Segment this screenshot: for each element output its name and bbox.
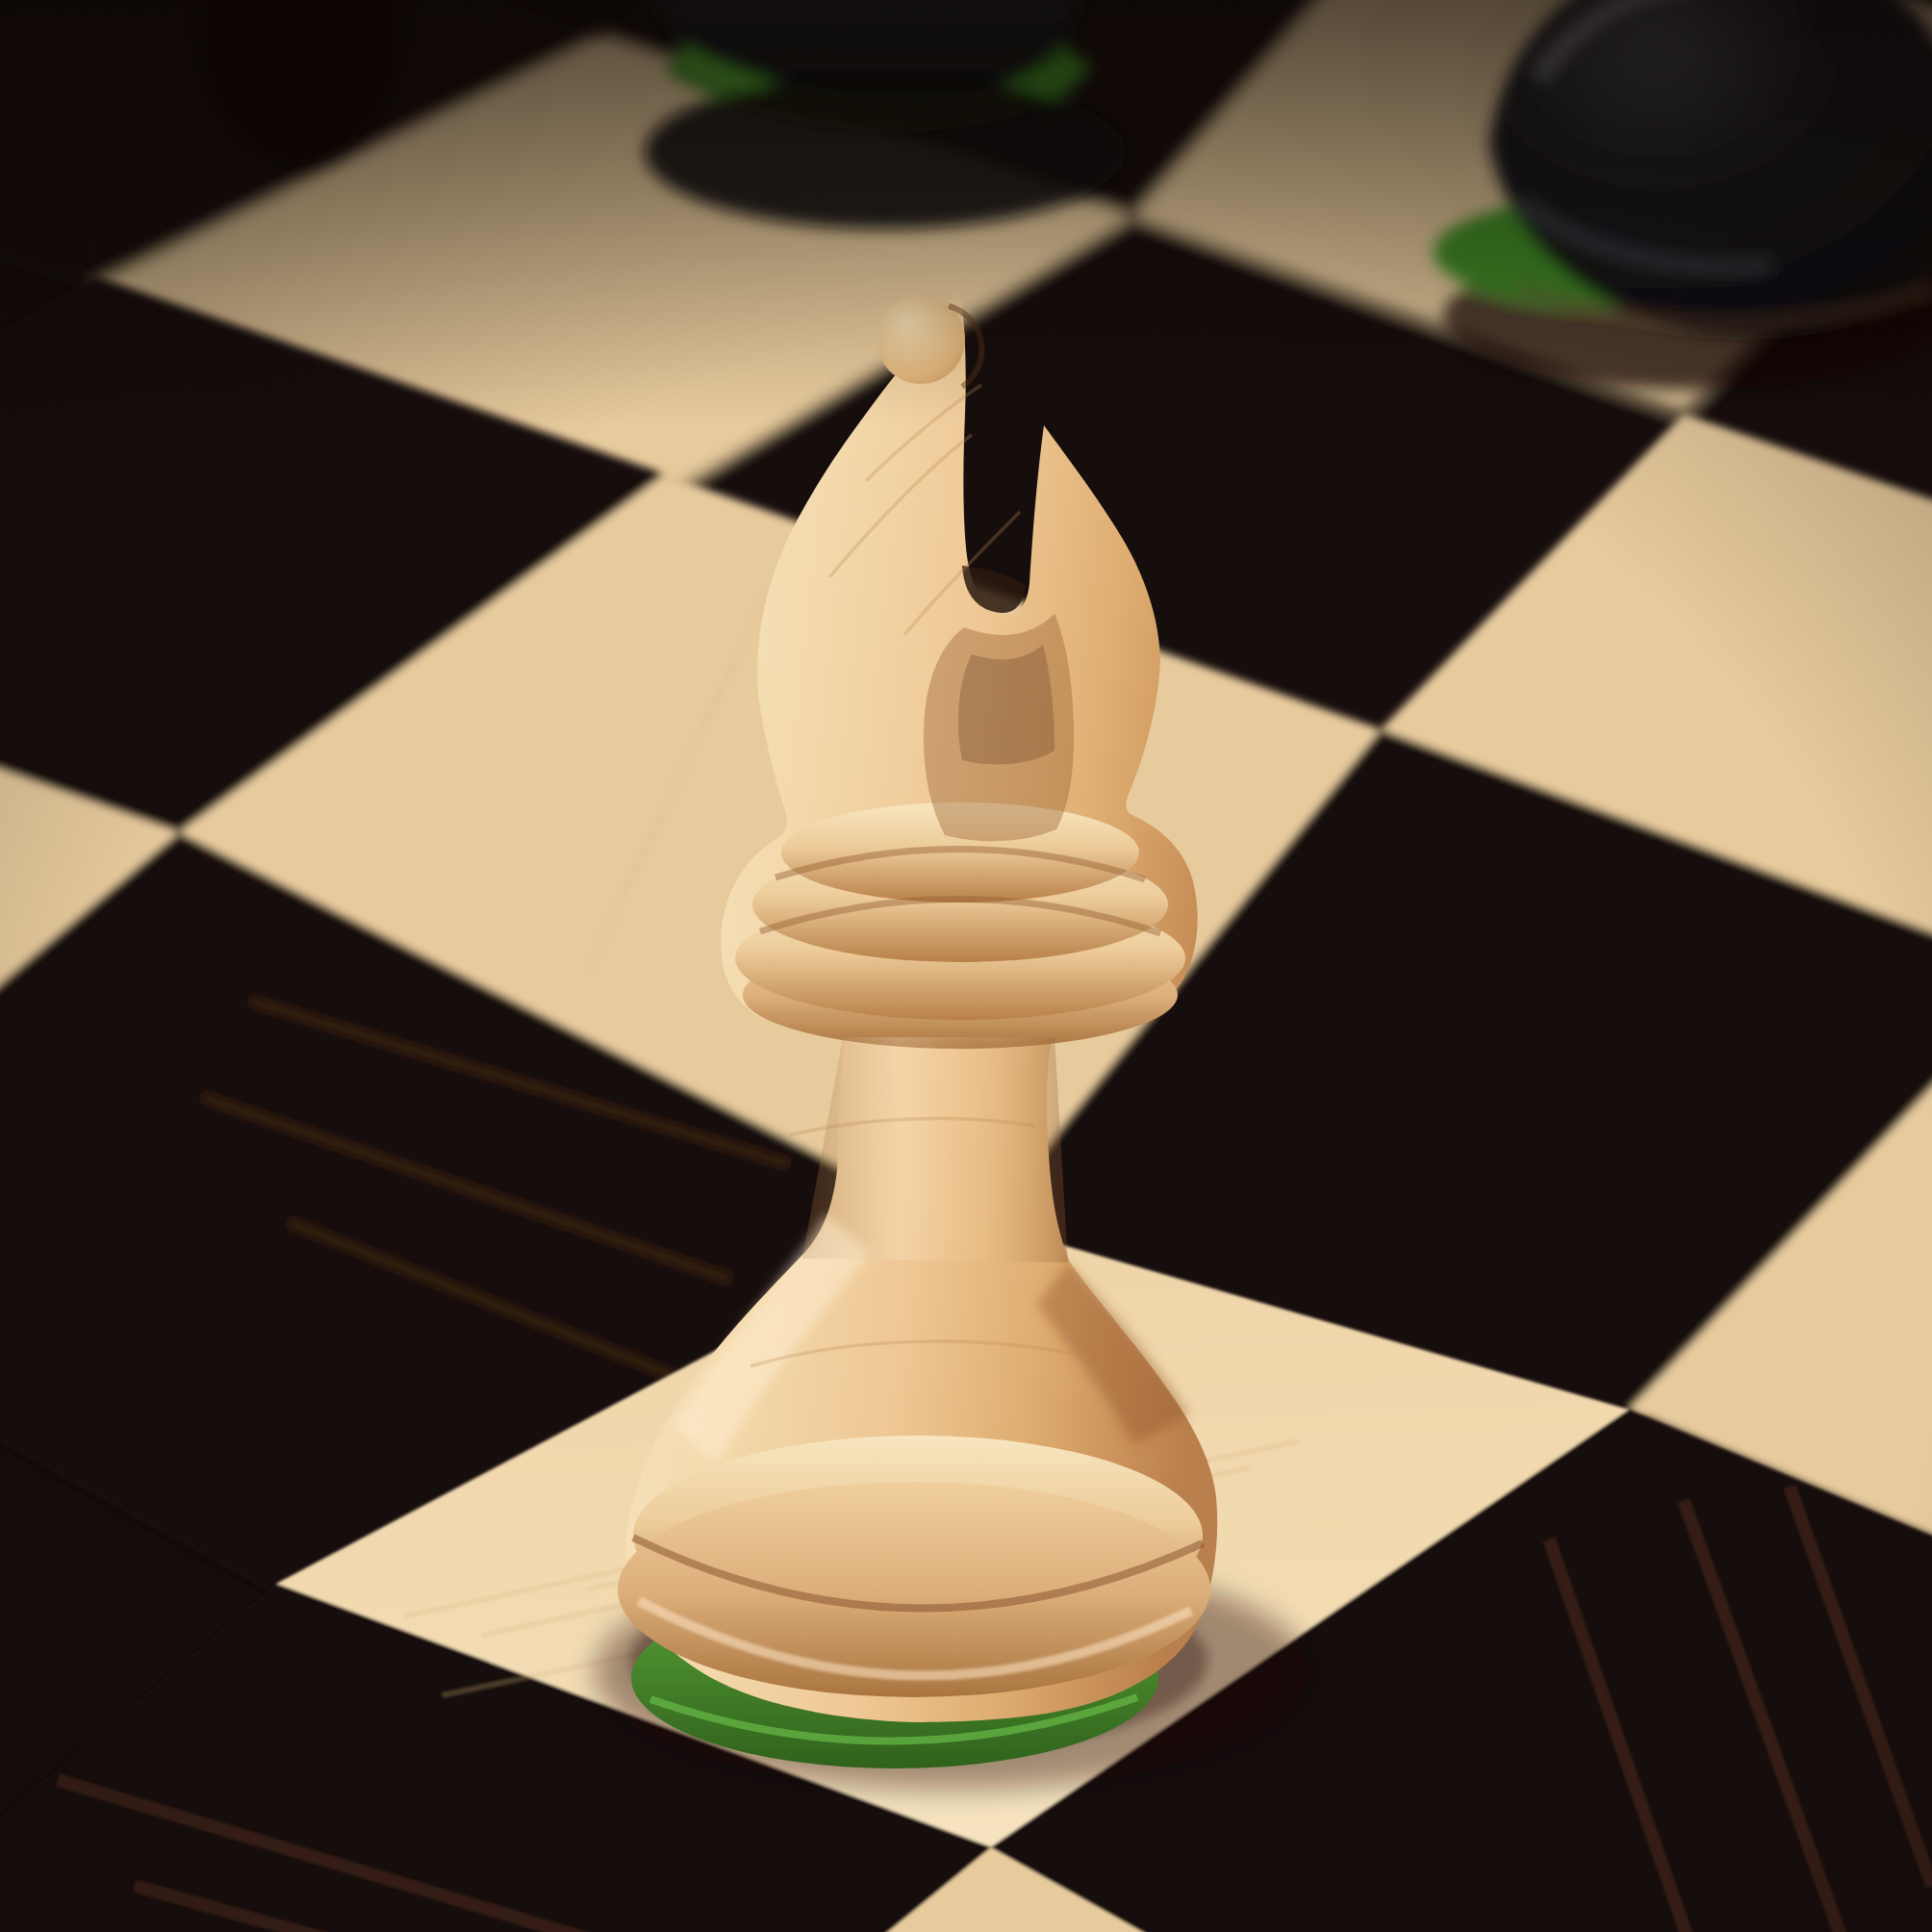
chessboard-close-up-photo — [0, 0, 1932, 1932]
chessboard-photo-stage — [0, 0, 1932, 1932]
edge-vignette — [0, 0, 1932, 1932]
